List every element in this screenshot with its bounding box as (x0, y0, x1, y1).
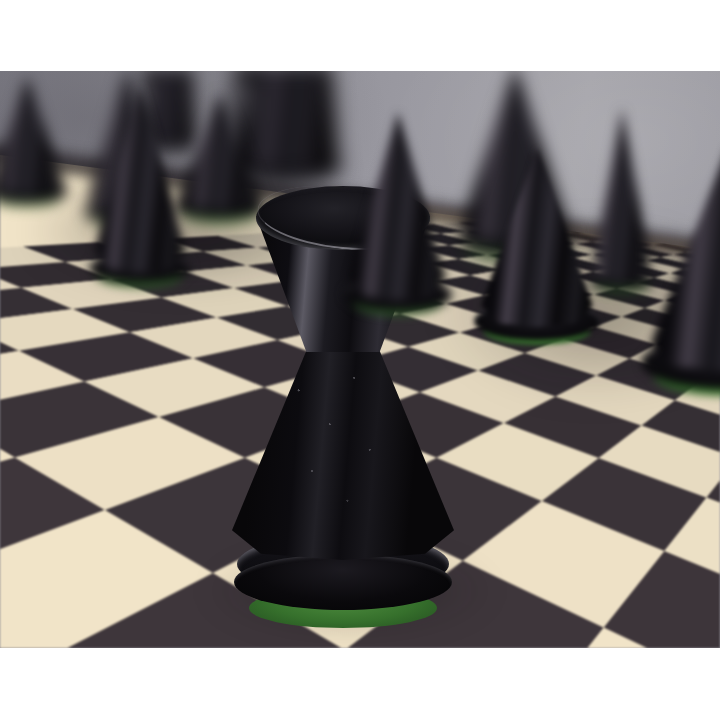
black-cone-right-front (474, 148, 600, 347)
black-cone-far-left (0, 76, 68, 208)
black-cone-behind-queen (344, 112, 452, 317)
product-photo (0, 0, 720, 720)
queen-base-ring-lower (234, 554, 452, 610)
black-cone-far-right (641, 146, 720, 399)
chess-set-photo (0, 71, 720, 648)
white-letterbox-top (0, 0, 720, 71)
queen-body-cone (232, 348, 454, 560)
black-cone-front-left (89, 87, 191, 289)
white-letterbox-bottom (0, 648, 720, 720)
